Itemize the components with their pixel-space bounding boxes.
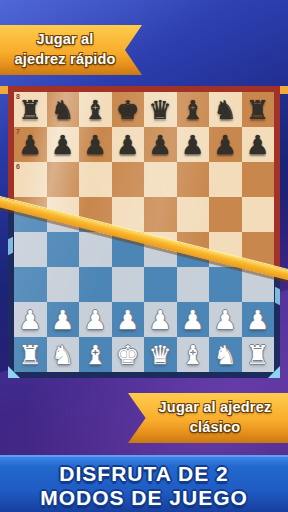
frame-gold-corner-left [0,86,8,94]
square[interactable] [242,162,275,197]
piece-black-rook[interactable]: ♜ [242,92,275,127]
piece-black-pawn[interactable]: ♟ [177,127,210,162]
footer-tagline: DISFRUTA DE 2 MODOS DE JUEGO [0,455,288,512]
piece-white-king[interactable]: ♚ [112,337,145,372]
piece-white-queen[interactable]: ♛ [144,337,177,372]
piece-black-bishop[interactable]: ♝ [177,92,210,127]
piece-white-pawn[interactable]: ♟ [144,302,177,337]
piece-white-knight[interactable]: ♞ [209,337,242,372]
square[interactable] [47,162,80,197]
piece-black-pawn[interactable]: ♟ [14,127,47,162]
piece-white-rook[interactable]: ♜ [242,337,275,372]
piece-white-rook[interactable]: ♜ [14,337,47,372]
square[interactable] [144,197,177,232]
square[interactable] [79,232,112,267]
piece-black-knight[interactable]: ♞ [47,92,80,127]
square[interactable] [47,267,80,302]
promo-screenshot: ♜♞♝♚♛♝♞♜♟♟♟♟♟♟♟♟♟♟♟♟♟♟♟♟♜♞♝♚♛♝♞♜ 876 Jug… [0,0,288,512]
piece-black-pawn[interactable]: ♟ [209,127,242,162]
footer-line1: DISFRUTA DE 2 [0,462,288,486]
square[interactable] [112,162,145,197]
square[interactable] [209,197,242,232]
piece-white-pawn[interactable]: ♟ [47,302,80,337]
piece-black-pawn[interactable]: ♟ [242,127,275,162]
frame-edge-accent-left [8,236,13,254]
banner-classic-play[interactable]: Jugar al ajedrez clásico [128,393,288,443]
frame-edge-accent-right [275,287,280,305]
piece-black-pawn[interactable]: ♟ [144,127,177,162]
piece-black-knight[interactable]: ♞ [209,92,242,127]
square[interactable] [14,267,47,302]
piece-black-king[interactable]: ♚ [112,92,145,127]
piece-white-bishop[interactable]: ♝ [177,337,210,372]
square[interactable] [14,162,47,197]
square[interactable] [14,232,47,267]
banner-quick-line1: Jugar al [0,30,130,50]
piece-black-bishop[interactable]: ♝ [79,92,112,127]
square[interactable] [79,267,112,302]
square[interactable] [177,267,210,302]
banner-quick-line2: ajedrez rápido [0,50,130,70]
square[interactable] [144,267,177,302]
square[interactable] [177,162,210,197]
frame-gold-corner-right [280,86,288,94]
square[interactable] [242,197,275,232]
piece-black-rook[interactable]: ♜ [14,92,47,127]
piece-white-knight[interactable]: ♞ [47,337,80,372]
banner-classic-line1: Jugar al ajedrez [142,398,288,418]
piece-white-pawn[interactable]: ♟ [242,302,275,337]
piece-white-pawn[interactable]: ♟ [209,302,242,337]
piece-white-pawn[interactable]: ♟ [79,302,112,337]
square[interactable] [79,162,112,197]
piece-white-pawn[interactable]: ♟ [14,302,47,337]
square[interactable] [47,232,80,267]
square[interactable] [209,267,242,302]
piece-white-pawn[interactable]: ♟ [112,302,145,337]
square[interactable] [112,267,145,302]
banner-classic-line2: clásico [142,418,288,438]
piece-black-pawn[interactable]: ♟ [47,127,80,162]
square[interactable] [144,162,177,197]
square[interactable] [209,162,242,197]
piece-black-pawn[interactable]: ♟ [79,127,112,162]
piece-white-pawn[interactable]: ♟ [177,302,210,337]
banner-quick-play[interactable]: Jugar al ajedrez rápido [0,25,142,75]
piece-black-queen[interactable]: ♛ [144,92,177,127]
piece-black-pawn[interactable]: ♟ [112,127,145,162]
piece-white-bishop[interactable]: ♝ [79,337,112,372]
footer-line2: MODOS DE JUEGO [0,486,288,510]
square[interactable] [177,197,210,232]
